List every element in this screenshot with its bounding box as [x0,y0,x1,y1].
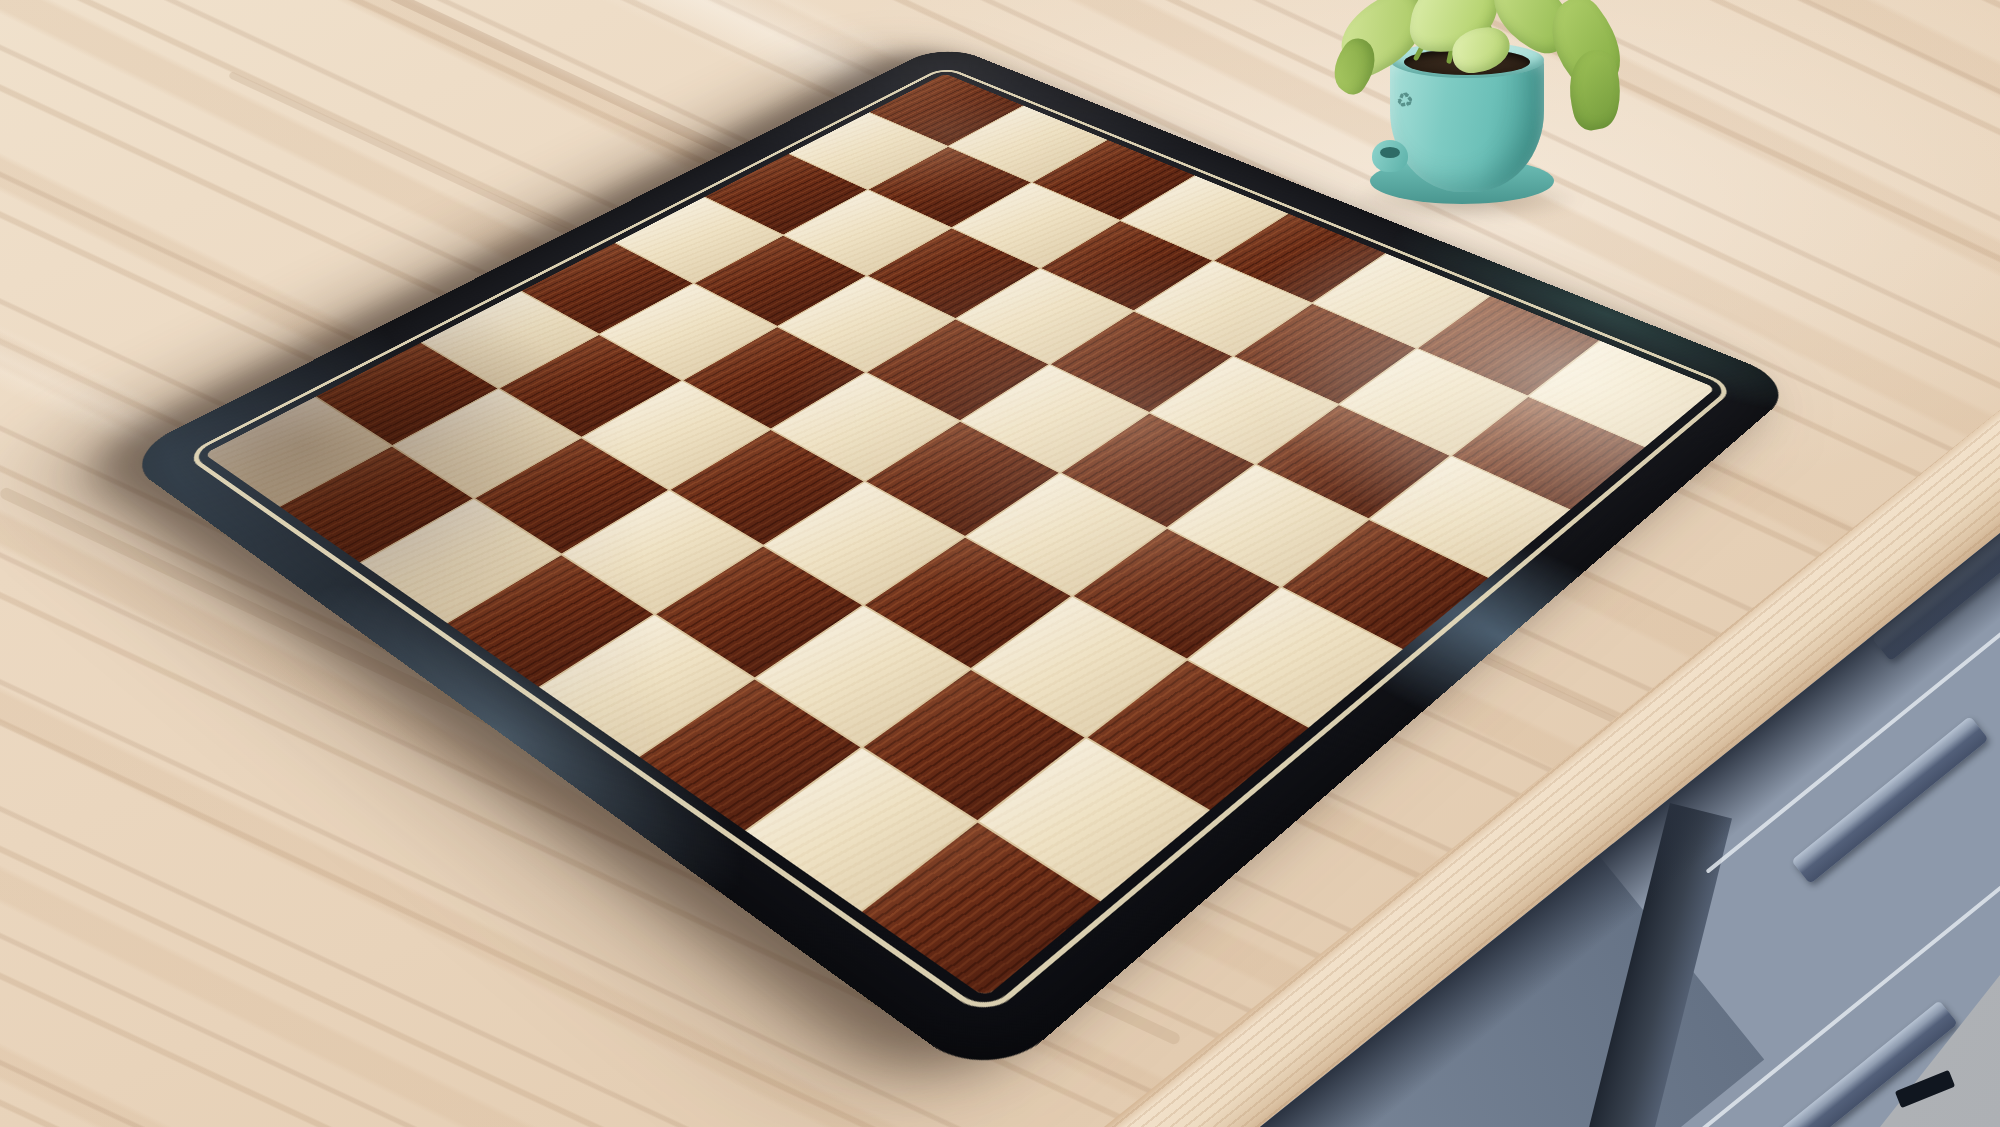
scene: ♻ [0,0,2000,1127]
pot-spout [1372,140,1408,172]
pot-spout-hole [1380,147,1400,158]
